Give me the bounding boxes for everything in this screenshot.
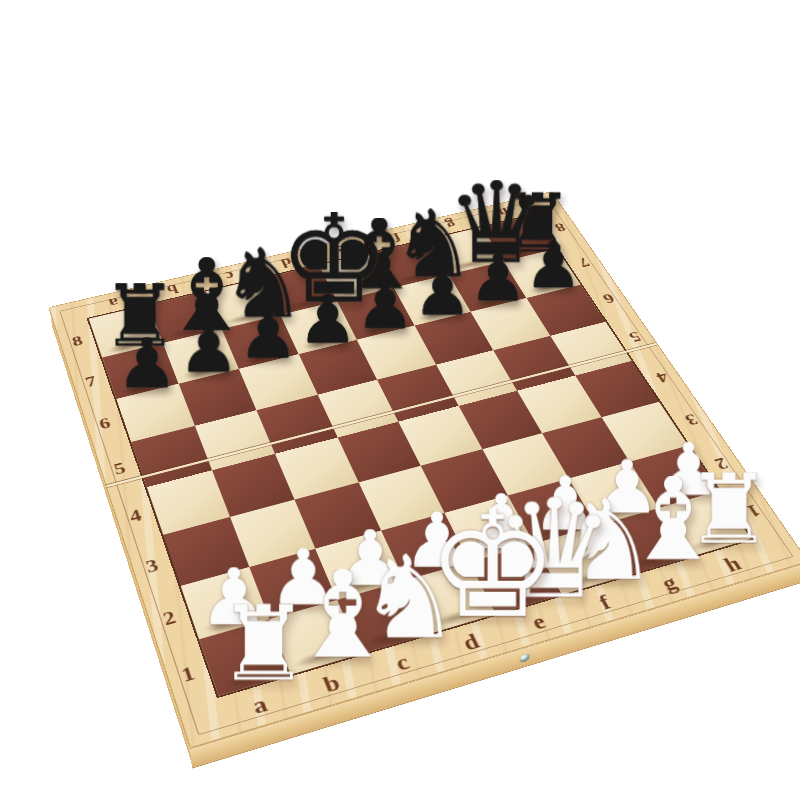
piece-white-rook-a1[interactable]: ♜ [217,603,291,684]
coord-rank-5-left: 5 [112,459,128,479]
hinge-screw-icon [520,653,530,662]
coord-rank-7-left: 7 [83,372,98,390]
piece-black-pawn-a7[interactable]: ♟ [116,337,179,390]
square-h5[interactable] [550,322,632,376]
coord-rank-5-right: 5 [625,328,644,345]
piece-black-pawn-g7[interactable]: ♟ [468,253,528,304]
coord-rank-6-left: 6 [97,414,113,433]
coord-file-g-bottom: g [658,571,682,595]
chess-board: abcdefgh abcdefgh 87654321 87654321 ♜♝♞♚… [48,191,800,748]
piece-black-pawn-f7[interactable]: ♟ [412,267,472,318]
coord-rank-2-left: 2 [160,607,178,631]
piece-black-pawn-c7[interactable]: ♟ [237,308,299,361]
coord-rank-1-left: 1 [179,662,198,688]
coord-file-b-bottom: b [320,671,343,699]
coord-file-a-bottom: a [249,692,271,720]
coord-rank-6-right: 6 [599,290,618,307]
piece-black-pawn-h7[interactable]: ♟ [523,240,582,290]
piece-black-pawn-d7[interactable]: ♟ [296,294,357,346]
coord-rank-8-left: 8 [70,332,85,350]
piece-black-pawn-b7[interactable]: ♟ [177,322,240,375]
coord-rank-4-left: 4 [127,505,144,527]
coord-rank-3-left: 3 [143,555,161,578]
product-photo-scene: abcdefgh abcdefgh 87654321 87654321 ♜♝♞♚… [0,0,800,800]
coord-rank-4-right: 4 [652,368,672,386]
piece-black-pawn-e7[interactable]: ♟ [355,280,416,332]
coord-file-d-bottom: d [459,630,483,656]
